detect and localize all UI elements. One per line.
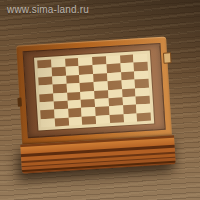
table-background: www.sima-land.ru <box>0 0 200 200</box>
finger-notch <box>17 97 22 106</box>
playing-field <box>23 43 166 138</box>
box-lid <box>16 37 172 145</box>
board-square <box>41 118 55 127</box>
board-square <box>123 113 137 122</box>
maple-border <box>34 51 154 131</box>
board-square <box>96 115 110 124</box>
chess-box <box>16 37 174 174</box>
chess-board-grid <box>37 54 151 128</box>
board-square <box>68 116 82 125</box>
board-square <box>54 117 68 126</box>
board-square <box>137 112 151 121</box>
lid-latch-notch <box>163 52 172 63</box>
board-square <box>82 116 96 125</box>
board-square <box>109 114 123 123</box>
watermark-text: www.sima-land.ru <box>7 3 89 16</box>
